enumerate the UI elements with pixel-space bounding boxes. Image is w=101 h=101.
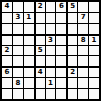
sudoku-cell-r3c2[interactable]: [13, 24, 23, 34]
sudoku-cell-r5c3[interactable]: [24, 46, 34, 56]
sudoku-cell-r9c1[interactable]: [2, 89, 12, 99]
sudoku-cell-r9c3[interactable]: [24, 89, 34, 99]
sudoku-cell-r6c1[interactable]: [2, 56, 12, 66]
sudoku-given-r2c2[interactable]: 3: [13, 13, 23, 23]
sudoku-cell-r9c9[interactable]: [89, 89, 99, 99]
sudoku-cell-r1c9[interactable]: [89, 2, 99, 12]
sudoku-cell-r3c5[interactable]: [46, 24, 56, 34]
sudoku-cell-r3c6[interactable]: [56, 24, 66, 34]
sudoku-cell-r3c8[interactable]: [78, 24, 88, 34]
sudoku-given-r1c1[interactable]: 4: [2, 2, 12, 12]
sudoku-cell-r5c7[interactable]: [67, 46, 77, 56]
sudoku-cell-r9c5[interactable]: [46, 89, 56, 99]
sudoku-cell-r9c7[interactable]: [67, 89, 77, 99]
sudoku-cell-r7c8[interactable]: [78, 67, 88, 77]
sudoku-board: 42653173812564281: [0, 0, 101, 101]
sudoku-cell-r4c1[interactable]: [2, 35, 12, 45]
sudoku-cell-r2c7[interactable]: [67, 13, 77, 23]
sudoku-cell-r7c9[interactable]: [89, 67, 99, 77]
sudoku-cell-r5c8[interactable]: [78, 46, 88, 56]
sudoku-given-r7c4[interactable]: 4: [35, 67, 45, 77]
sudoku-given-r2c8[interactable]: 7: [78, 13, 88, 23]
sudoku-cell-r1c3[interactable]: [24, 2, 34, 12]
sudoku-cell-r6c3[interactable]: [24, 56, 34, 66]
sudoku-given-r8c2[interactable]: 8: [13, 78, 23, 88]
sudoku-given-r7c7[interactable]: 2: [67, 67, 77, 77]
sudoku-cell-r9c6[interactable]: [56, 89, 66, 99]
sudoku-cell-r2c6[interactable]: [56, 13, 66, 23]
sudoku-given-r1c4[interactable]: 2: [35, 2, 45, 12]
sudoku-cell-r6c5[interactable]: [46, 56, 56, 66]
sudoku-cell-r9c4[interactable]: [35, 89, 45, 99]
sudoku-cell-r8c1[interactable]: [2, 78, 12, 88]
sudoku-cell-r9c2[interactable]: [13, 89, 23, 99]
sudoku-cell-r7c3[interactable]: [24, 67, 34, 77]
sudoku-cell-r5c5[interactable]: [46, 46, 56, 56]
sudoku-given-r4c9[interactable]: 1: [89, 35, 99, 45]
sudoku-cell-r4c7[interactable]: [67, 35, 77, 45]
sudoku-cell-r3c7[interactable]: [67, 24, 77, 34]
sudoku-cell-r3c3[interactable]: [24, 24, 34, 34]
sudoku-cell-r4c6[interactable]: [56, 35, 66, 45]
sudoku-given-r5c4[interactable]: 5: [35, 46, 45, 56]
sudoku-cell-r6c9[interactable]: [89, 56, 99, 66]
sudoku-cell-r7c6[interactable]: [56, 67, 66, 77]
sudoku-cell-r8c8[interactable]: [78, 78, 88, 88]
sudoku-cell-r6c2[interactable]: [13, 56, 23, 66]
sudoku-cell-r7c2[interactable]: [13, 67, 23, 77]
sudoku-cell-r2c4[interactable]: [35, 13, 45, 23]
sudoku-cell-r5c2[interactable]: [13, 46, 23, 56]
sudoku-cell-r1c8[interactable]: [78, 2, 88, 12]
sudoku-cell-r5c9[interactable]: [89, 46, 99, 56]
sudoku-given-r1c6[interactable]: 6: [56, 2, 66, 12]
sudoku-cell-r4c4[interactable]: [35, 35, 45, 45]
sudoku-cell-r8c3[interactable]: [24, 78, 34, 88]
sudoku-cell-r6c7[interactable]: [67, 56, 77, 66]
sudoku-cell-r4c2[interactable]: [13, 35, 23, 45]
sudoku-cell-r1c2[interactable]: [13, 2, 23, 12]
sudoku-given-r5c1[interactable]: 2: [2, 46, 12, 56]
sudoku-cell-r8c9[interactable]: [89, 78, 99, 88]
sudoku-given-r7c1[interactable]: 6: [2, 67, 12, 77]
sudoku-cell-r8c4[interactable]: [35, 78, 45, 88]
sudoku-cell-r8c6[interactable]: [56, 78, 66, 88]
sudoku-cell-r3c1[interactable]: [2, 24, 12, 34]
sudoku-cell-r2c9[interactable]: [89, 13, 99, 23]
sudoku-cell-r4c3[interactable]: [24, 35, 34, 45]
sudoku-given-r4c8[interactable]: 8: [78, 35, 88, 45]
sudoku-cell-r7c5[interactable]: [46, 67, 56, 77]
sudoku-cell-r1c5[interactable]: [46, 2, 56, 12]
sudoku-cell-r6c8[interactable]: [78, 56, 88, 66]
sudoku-cell-r6c4[interactable]: [35, 56, 45, 66]
sudoku-cell-r5c6[interactable]: [56, 46, 66, 56]
sudoku-cell-r2c5[interactable]: [46, 13, 56, 23]
sudoku-cell-r8c7[interactable]: [67, 78, 77, 88]
sudoku-given-r1c7[interactable]: 5: [67, 2, 77, 12]
sudoku-given-r2c3[interactable]: 1: [24, 13, 34, 23]
sudoku-cell-r9c8[interactable]: [78, 89, 88, 99]
sudoku-cell-r2c1[interactable]: [2, 13, 12, 23]
sudoku-given-r8c5[interactable]: 1: [46, 78, 56, 88]
sudoku-cell-r3c4[interactable]: [35, 24, 45, 34]
sudoku-cell-r6c6[interactable]: [56, 56, 66, 66]
sudoku-cell-r3c9[interactable]: [89, 24, 99, 34]
sudoku-given-r4c5[interactable]: 3: [46, 35, 56, 45]
